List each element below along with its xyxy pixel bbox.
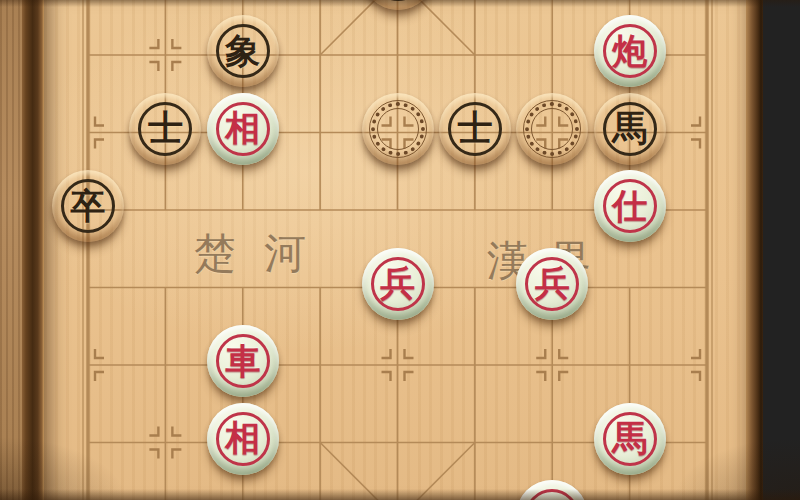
river-char: 楚 (194, 226, 236, 282)
piece-character: 象 (225, 33, 260, 68)
table-wood-right (763, 0, 800, 500)
black-elephant[interactable]: 象 (207, 15, 279, 87)
river-char: 河 (264, 226, 306, 282)
red-pawn[interactable]: 兵 (362, 248, 434, 320)
black-advisor[interactable]: 士 (439, 93, 511, 165)
piece-ring: 兵 (371, 257, 425, 311)
piece-character: 炮 (612, 33, 647, 68)
piece-ring: 仕 (603, 179, 657, 233)
piece-ring: 士 (138, 102, 192, 156)
piece-character: 相 (225, 420, 260, 455)
red-chariot[interactable]: 車 (207, 325, 279, 397)
piece-character: 相 (225, 110, 260, 145)
piece-ring: 卒 (61, 179, 115, 233)
piece-character: 卒 (71, 188, 106, 223)
piece-ring: 兵 (525, 257, 579, 311)
river-label-chu-he: 楚 河 (194, 226, 306, 282)
piece-character: 士 (457, 110, 492, 145)
piece-ring: 士 (448, 102, 502, 156)
hidden-piece[interactable] (362, 93, 434, 165)
board-frame-right (746, 0, 763, 500)
red-cannon[interactable]: 炮 (594, 15, 666, 87)
piece-ring (371, 0, 425, 1)
piece-ring: 象 (216, 24, 270, 78)
red-elephant[interactable]: 相 (207, 403, 279, 475)
piece-character: 馬 (612, 110, 647, 145)
xiangqi-app-screen: 楚 河 漢 界 象炮士相士馬卒仕兵兵車相馬 (0, 0, 800, 500)
piece-character: 馬 (612, 420, 647, 455)
piece-ring: 炮 (603, 24, 657, 78)
piece-character: 兵 (535, 265, 570, 300)
piece-ring: 相 (216, 102, 270, 156)
piece-ring (525, 489, 579, 500)
piece-character: 仕 (612, 188, 647, 223)
red-horse[interactable]: 馬 (594, 403, 666, 475)
piece-ring (371, 102, 425, 156)
piece-ring: 車 (216, 334, 270, 388)
piece-ring: 相 (216, 412, 270, 466)
piece-character: 兵 (380, 265, 415, 300)
red-pawn[interactable]: 兵 (516, 248, 588, 320)
hidden-piece[interactable] (516, 93, 588, 165)
red-advisor[interactable]: 仕 (594, 170, 666, 242)
piece-ring: 馬 (603, 412, 657, 466)
piece-ring: 馬 (603, 102, 657, 156)
black-advisor[interactable]: 士 (129, 93, 201, 165)
piece-character: 車 (225, 343, 260, 378)
piece-character: 士 (148, 110, 183, 145)
black-horse[interactable]: 馬 (594, 93, 666, 165)
black-pawn[interactable]: 卒 (52, 170, 124, 242)
piece-ring (525, 102, 579, 156)
red-elephant[interactable]: 相 (207, 93, 279, 165)
